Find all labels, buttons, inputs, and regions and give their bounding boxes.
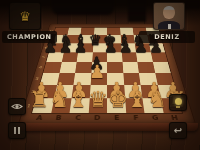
square-f4[interactable]: [122, 62, 139, 73]
piece-white-king-e1[interactable]: ♚: [108, 89, 128, 111]
opponent-name-label: DENIZ: [139, 31, 195, 43]
chair-silhouette: [185, 0, 200, 9]
undo-arrow-icon: ↩: [174, 125, 182, 136]
eye-icon: [11, 102, 23, 111]
opponent-avatar[interactable]: [153, 2, 185, 30]
piece-black-pawn-e7[interactable]: ♟: [104, 40, 118, 55]
file-label: G: [145, 114, 166, 122]
piece-black-pawn-c7[interactable]: ♟: [74, 40, 88, 55]
chair-silhouette: [128, 0, 146, 22]
piece-white-bishop-c1[interactable]: ♝: [69, 89, 89, 111]
avatar-face: [163, 6, 175, 19]
piece-black-pawn-b7[interactable]: ♟: [59, 40, 73, 55]
piece-white-bishop-f1[interactable]: ♝: [128, 89, 148, 111]
file-labels: ABCDEFGH: [28, 114, 185, 122]
piece-black-pawn-f7[interactable]: ♟: [119, 40, 133, 55]
file-label: E: [107, 114, 127, 122]
piece-white-knight-g1[interactable]: ♞: [147, 89, 167, 111]
pause-icon: [14, 127, 16, 134]
lightbulb-icon: [175, 98, 182, 105]
file-label: B: [48, 114, 69, 122]
file-label: D: [87, 114, 107, 122]
champion-label: CHAMPION: [2, 31, 57, 43]
file-label: F: [126, 114, 146, 122]
undo-button[interactable]: ↩: [169, 122, 187, 139]
eye-button[interactable]: [8, 98, 26, 115]
game-screen: ABCDEFGH 12345678 ♜♞♝♛♚♝♞♜♟♟♟♟♟♟♟♟♟♟♟♟♟♟…: [0, 0, 200, 150]
square-h4[interactable]: [153, 62, 171, 73]
piece-white-knight-b1[interactable]: ♞: [49, 89, 69, 111]
piece-black-queen-d8[interactable]: ♛: [89, 33, 102, 48]
hint-button[interactable]: [169, 94, 187, 111]
piece-white-queen-d1[interactable]: ♛: [88, 89, 108, 111]
square-b4[interactable]: [59, 62, 76, 73]
square-e4[interactable]: [107, 62, 123, 73]
file-label: A: [28, 114, 49, 122]
crown-trophy-icon: ♛: [19, 9, 31, 24]
piece-white-rook-a1[interactable]: ♜: [30, 89, 50, 111]
champion-badge-button[interactable]: ♛: [9, 2, 41, 30]
chair-silhouette: [52, 0, 114, 15]
avatar-shirt: [168, 24, 171, 29]
pause-button[interactable]: [8, 122, 26, 139]
file-label: C: [68, 114, 88, 122]
piece-white-pawn-d4[interactable]: ♟: [89, 63, 105, 81]
